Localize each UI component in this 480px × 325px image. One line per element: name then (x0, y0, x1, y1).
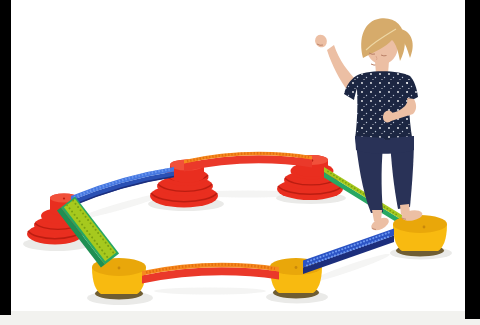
stepping-stone-right (393, 215, 447, 257)
cone-cap-hole (63, 197, 65, 199)
stone-hole (295, 266, 298, 269)
girl-shirt-star-print (355, 71, 412, 142)
product-photo (0, 0, 480, 325)
balance-course-scene (0, 0, 480, 325)
frame-bar-right (465, 0, 480, 319)
stone-hole (423, 226, 426, 229)
frame-bar-left (0, 0, 11, 315)
floor-band (0, 311, 480, 325)
shadow-beam-bottom (154, 288, 266, 295)
stone-hole (118, 267, 121, 270)
